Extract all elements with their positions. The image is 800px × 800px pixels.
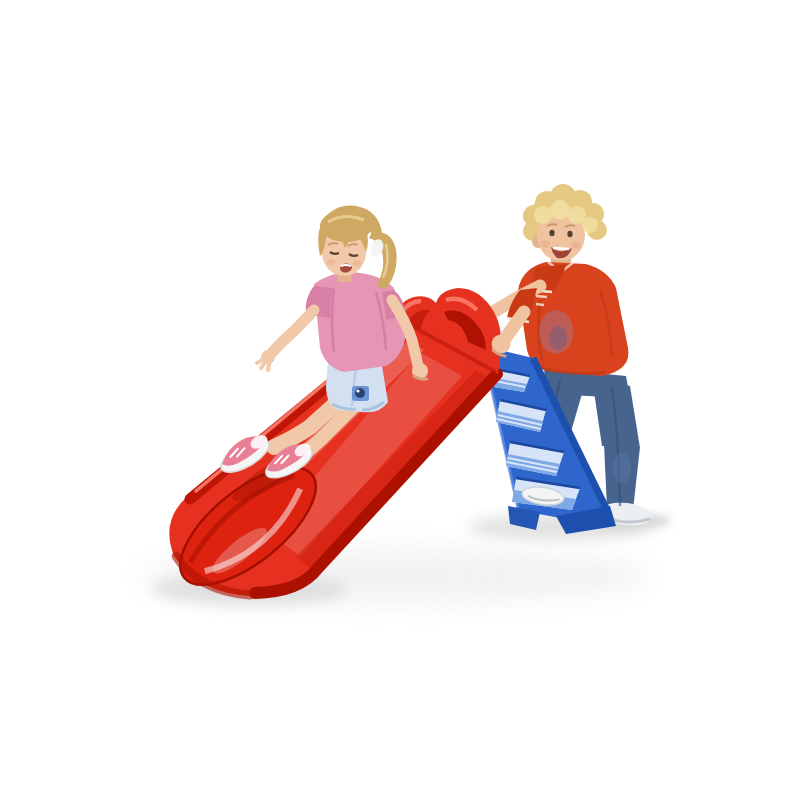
photo-illustration xyxy=(0,0,800,800)
product-photo: Two toddlers playing on a small children… xyxy=(0,0,800,800)
boy-shirt-print-inner xyxy=(549,326,567,350)
girl-left-hand xyxy=(257,350,275,370)
girl-shirt xyxy=(314,272,406,372)
boy-jeans-shin-highlight xyxy=(613,452,631,484)
girl-left-arm xyxy=(271,310,314,354)
boy-near-forearm xyxy=(504,312,524,340)
